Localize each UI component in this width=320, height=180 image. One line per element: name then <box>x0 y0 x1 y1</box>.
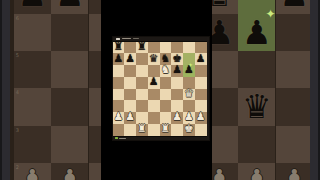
square-h1[interactable] <box>195 124 207 136</box>
piece-wn-e6[interactable]: ♞ <box>161 65 171 76</box>
square-b5[interactable] <box>124 77 136 89</box>
bg-piece-wp-f2: ♟ <box>212 163 238 180</box>
bg-square-f4 <box>212 88 238 125</box>
square-g1[interactable]: ♚ <box>183 124 195 136</box>
square-d3[interactable] <box>148 100 160 112</box>
piece-wp-f2[interactable]: ♟ <box>172 112 182 123</box>
piece-wr-c1[interactable]: ♜ <box>137 124 147 135</box>
square-d1[interactable] <box>148 124 160 136</box>
square-h6[interactable] <box>195 65 207 77</box>
bg-piece-wp-a2: ♟ <box>14 163 51 180</box>
statusbar-text-marks <box>119 138 126 140</box>
bg-piece-bq-g4: ♛ <box>238 88 275 125</box>
bg-square-b4 <box>51 88 88 125</box>
square-e1[interactable]: ♜ <box>160 124 172 136</box>
square-e3[interactable] <box>160 100 172 112</box>
square-e4[interactable] <box>160 89 172 101</box>
bg-square-f5 <box>212 51 238 88</box>
bg-square-c5 <box>89 51 102 88</box>
piece-bp-h7[interactable]: ♟ <box>196 54 206 65</box>
letterbox-band: ♜♜♟♟♛♞♚♟♞♟♟♟♛♟♟♟♟♟♜♜♚✦ <box>101 0 212 180</box>
square-f6[interactable]: ♟ <box>171 65 183 77</box>
bg-square-c3 <box>89 126 102 163</box>
square-h5[interactable] <box>195 77 207 89</box>
square-c1[interactable]: ♜ <box>136 124 148 136</box>
square-a5[interactable] <box>113 77 125 89</box>
square-c6[interactable] <box>136 65 148 77</box>
bg-square-g7 <box>238 0 275 14</box>
bg-piece-wp-b2: ♟ <box>51 163 88 180</box>
square-b4[interactable] <box>124 89 136 101</box>
bg-square-c4 <box>89 88 102 125</box>
square-h7[interactable]: ♟ <box>195 53 207 65</box>
piece-wp-h2[interactable]: ♟ <box>196 112 206 123</box>
bg-rank-label-6: 6 <box>16 16 19 21</box>
chess-app-window: ♜♜♟♟♛♞♚♟♞♟♟♟♛♟♟♟♟♟♜♜♚✦ <box>112 36 210 142</box>
square-g8[interactable] <box>183 42 195 54</box>
square-d5[interactable]: ♟ <box>148 77 160 89</box>
chess-board[interactable]: ♜♜♟♟♛♞♚♟♞♟♟♟♛♟♟♟♟♟♜♜♚✦ <box>113 42 207 136</box>
square-f4[interactable] <box>171 89 183 101</box>
piece-wq-g4[interactable]: ♛ <box>184 89 194 100</box>
square-d2[interactable] <box>148 112 160 124</box>
piece-bp-d5[interactable]: ♟ <box>149 77 159 88</box>
piece-bp-a7[interactable]: ♟ <box>114 54 124 65</box>
square-b2[interactable]: ♟ <box>124 112 136 124</box>
bg-piece-wp-h2: ♟ <box>276 163 313 180</box>
bg-rank-label-3: 3 <box>16 128 19 133</box>
bg-piece-bp-b7: ♟ <box>51 0 88 14</box>
bg-square-a3 <box>14 126 51 163</box>
square-f1[interactable] <box>171 124 183 136</box>
bg-square-b5 <box>51 51 88 88</box>
bg-square-c2 <box>89 163 102 180</box>
square-c8[interactable]: ♜ <box>136 42 148 54</box>
left-window-edge-line <box>0 0 2 180</box>
square-a7[interactable]: ♟ <box>113 53 125 65</box>
statusbar-logo <box>115 137 118 139</box>
bg-square-c6 <box>89 14 102 51</box>
bg-piece-bp-h7: ♟ <box>276 0 313 14</box>
piece-bp-f6[interactable]: ♟ <box>172 65 182 76</box>
square-e5[interactable] <box>160 77 172 89</box>
square-c7[interactable] <box>136 53 148 65</box>
square-e6[interactable]: ♞ <box>160 65 172 77</box>
square-d4[interactable] <box>148 89 160 101</box>
bg-square-b6 <box>51 14 88 51</box>
piece-wk-g1[interactable]: ♚ <box>184 124 194 135</box>
square-c5[interactable] <box>136 77 148 89</box>
statusbar <box>113 136 207 141</box>
square-h2[interactable]: ♟ <box>195 112 207 124</box>
bg-rank-label-4: 4 <box>16 90 19 95</box>
bg-square-h5 <box>276 51 313 88</box>
square-a2[interactable]: ♟ <box>113 112 125 124</box>
background-board-left: ♟♟♟♟65432 <box>0 0 101 180</box>
piece-bq-d7[interactable]: ♛ <box>149 54 159 65</box>
square-d7[interactable]: ♛ <box>148 53 160 65</box>
bg-square-a4 <box>14 88 51 125</box>
square-b6[interactable] <box>124 65 136 77</box>
bg-piece-bp-f6: ♟ <box>212 14 238 51</box>
bg-square-h6 <box>276 14 313 51</box>
piece-br-c8[interactable]: ♜ <box>137 42 147 53</box>
square-a4[interactable] <box>113 89 125 101</box>
shorts-video-frame: ♟♟♟♟65432 ♚♟♟♟♛♟♟♟✦ ♜♜♟♟♛♞♚♟♞♟♟♟♛♟♟♟♟♟♜♜… <box>0 0 320 180</box>
piece-wp-a2[interactable]: ♟ <box>114 112 124 123</box>
piece-bp-g6[interactable]: ♟ <box>184 65 194 76</box>
bg-rank-label-2: 2 <box>16 165 19 170</box>
bg-piece-bp-a7: ♟ <box>14 0 51 14</box>
piece-wp-b2[interactable]: ♟ <box>125 112 135 123</box>
square-g6[interactable]: ♟ <box>183 65 195 77</box>
square-a1[interactable] <box>113 124 125 136</box>
bg-piece-bp-g6: ♟ <box>238 14 275 51</box>
bg-square-a5 <box>14 51 51 88</box>
bg-square-h4 <box>276 88 313 125</box>
bg-rank-label-5: 5 <box>16 53 19 58</box>
bg-square-c7 <box>89 0 102 14</box>
bg-square-a6 <box>14 14 51 51</box>
piece-wr-e1[interactable]: ♜ <box>161 124 171 135</box>
square-b7[interactable]: ♟ <box>124 53 136 65</box>
bg-square-h3 <box>276 126 313 163</box>
piece-bp-b7[interactable]: ♟ <box>125 54 135 65</box>
square-h4[interactable] <box>195 89 207 101</box>
square-f2[interactable]: ♟ <box>171 112 183 124</box>
bg-square-b3 <box>51 126 88 163</box>
square-g4[interactable]: ♛ <box>183 89 195 101</box>
bg-square-f3 <box>212 126 238 163</box>
bg-square-g3 <box>238 126 275 163</box>
square-a6[interactable] <box>113 65 125 77</box>
bg-piece-bk-f7: ♚ <box>212 0 238 14</box>
square-b1[interactable] <box>124 124 136 136</box>
square-c4[interactable] <box>136 89 148 101</box>
background-board-right: ♚♟♟♟♛♟♟♟✦ <box>212 0 320 180</box>
square-f5[interactable] <box>171 77 183 89</box>
square-c3[interactable] <box>136 100 148 112</box>
bg-square-g5 <box>238 51 275 88</box>
bg-piece-wp-g2: ♟ <box>238 163 275 180</box>
